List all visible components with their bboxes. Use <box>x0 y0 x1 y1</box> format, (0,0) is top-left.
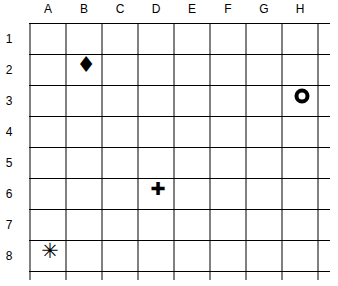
cell-C1 <box>102 23 138 54</box>
row-label-1: 1 <box>6 33 13 45</box>
cell-D1 <box>138 23 174 54</box>
cell-C4 <box>102 116 138 147</box>
cell-C7 <box>102 209 138 240</box>
cell-F6 <box>210 178 246 209</box>
cell-B3 <box>66 85 102 116</box>
row-label-7: 7 <box>6 219 13 231</box>
column-label-B: B <box>80 3 88 15</box>
cell-D5 <box>138 147 174 178</box>
cell-C6 <box>102 178 138 209</box>
grid-line-vertical-4 <box>173 23 175 280</box>
cell-F8 <box>210 240 246 271</box>
cell-A5 <box>30 147 66 178</box>
cell-G2 <box>246 54 282 85</box>
circle-outline-glyph <box>295 88 310 103</box>
column-label-G: G <box>259 3 268 15</box>
grid-line-horizontal-1 <box>29 54 330 55</box>
cell-A2 <box>30 54 66 85</box>
cell-F7 <box>210 209 246 240</box>
cell-C8 <box>102 240 138 271</box>
cell-F3 <box>210 85 246 116</box>
cell-F5 <box>210 147 246 178</box>
cell-G7 <box>246 209 282 240</box>
symbol-grid-board: ABCDEFGH12345678♦✚✳ <box>0 0 338 286</box>
cell-G4 <box>246 116 282 147</box>
row-label-5: 5 <box>6 157 13 169</box>
column-label-C: C <box>116 3 125 15</box>
grid-line-horizontal-3 <box>29 116 330 117</box>
cell-C2 <box>102 54 138 85</box>
row-label-3: 3 <box>6 95 13 107</box>
grid-line-horizontal-0 <box>29 23 330 24</box>
cell-B1 <box>66 23 102 54</box>
cell-E7 <box>174 209 210 240</box>
piece-asterisk-A8: ✳ <box>41 240 59 261</box>
column-label-E: E <box>188 3 196 15</box>
column-label-H: H <box>296 3 305 15</box>
cell-G5 <box>246 147 282 178</box>
grid-line-vertical-2 <box>101 23 103 280</box>
grid-line-horizontal-6 <box>29 209 330 210</box>
cell-G3 <box>246 85 282 116</box>
cell-E8 <box>174 240 210 271</box>
cell-A7 <box>30 209 66 240</box>
row-label-8: 8 <box>6 250 13 262</box>
cell-B6 <box>66 178 102 209</box>
row-label-2: 2 <box>6 64 13 76</box>
grid-line-horizontal-5 <box>29 178 330 179</box>
cell-F2 <box>210 54 246 85</box>
grid-line-vertical-3 <box>137 23 139 280</box>
cell-E3 <box>174 85 210 116</box>
cell-D3 <box>138 85 174 116</box>
cell-H6 <box>282 178 318 209</box>
cell-D8 <box>138 240 174 271</box>
grid-line-horizontal-4 <box>29 147 330 148</box>
grid-line-vertical-5 <box>209 23 211 280</box>
cell-B8 <box>66 240 102 271</box>
cell-G1 <box>246 23 282 54</box>
grid-line-horizontal-7 <box>29 240 330 241</box>
grid-line-horizontal-2 <box>29 85 330 86</box>
cell-G6 <box>246 178 282 209</box>
column-label-F: F <box>224 3 231 15</box>
piece-plus-D6: ✚ <box>150 180 165 198</box>
cell-E1 <box>174 23 210 54</box>
cell-D7 <box>138 209 174 240</box>
cell-G8 <box>246 240 282 271</box>
cell-H1 <box>282 23 318 54</box>
row-label-4: 4 <box>6 126 13 138</box>
cell-B7 <box>66 209 102 240</box>
cell-B4 <box>66 116 102 147</box>
piece-diamond-B2: ♦ <box>76 54 96 76</box>
cell-B5 <box>66 147 102 178</box>
cell-A1 <box>30 23 66 54</box>
cell-A3 <box>30 85 66 116</box>
cell-D4 <box>138 116 174 147</box>
grid-line-horizontal-8 <box>29 271 330 272</box>
cell-H5 <box>282 147 318 178</box>
column-label-D: D <box>152 3 161 15</box>
cell-F1 <box>210 23 246 54</box>
cell-D2 <box>138 54 174 85</box>
cell-H2 <box>282 54 318 85</box>
grid-line-vertical-8 <box>317 23 319 280</box>
piece-circle-H3 <box>295 88 310 103</box>
cell-E5 <box>174 147 210 178</box>
cell-A6 <box>30 178 66 209</box>
grid-line-vertical-6 <box>245 23 247 280</box>
cell-A4 <box>30 116 66 147</box>
cell-E2 <box>174 54 210 85</box>
cell-E4 <box>174 116 210 147</box>
column-label-A: A <box>44 3 52 15</box>
grid-line-vertical-1 <box>65 23 67 280</box>
cell-H4 <box>282 116 318 147</box>
cell-F4 <box>210 116 246 147</box>
grid-line-vertical-7 <box>281 23 283 280</box>
grid-line-vertical-0 <box>29 23 31 280</box>
cell-H7 <box>282 209 318 240</box>
cell-H8 <box>282 240 318 271</box>
cell-E6 <box>174 178 210 209</box>
cell-C5 <box>102 147 138 178</box>
cell-C3 <box>102 85 138 116</box>
row-label-6: 6 <box>6 188 13 200</box>
